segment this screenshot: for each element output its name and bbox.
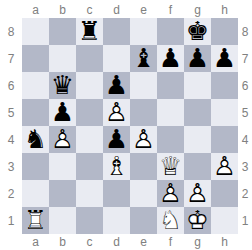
square-c7[interactable] (76, 45, 103, 72)
rank-label-right-2: 2 (238, 180, 252, 207)
square-d3[interactable]: ♝♗ (103, 153, 130, 180)
file-label-bottom-c: c (76, 234, 103, 250)
rank-label-left-4: 4 (0, 126, 22, 153)
piece-white-pawn-fill: ♟ (211, 153, 238, 180)
square-g5[interactable] (184, 99, 211, 126)
square-h4[interactable] (211, 126, 238, 153)
file-label-bottom-h: h (211, 234, 238, 250)
piece-white-pawn[interactable]: ♙ (103, 99, 130, 126)
square-g2[interactable]: ♟♙ (184, 180, 211, 207)
corner-spacer (238, 0, 252, 18)
chess-board: abcdefgh8♜♚87♝♟♟♟76♛♟65♟♟♙54♞♟♙♟♟♙43♝♗♛♕… (0, 0, 252, 250)
square-h3[interactable]: ♟♙ (211, 153, 238, 180)
piece-black-pawn[interactable]: ♟ (157, 45, 184, 72)
square-d2[interactable] (103, 180, 130, 207)
square-a4[interactable]: ♞ (22, 126, 49, 153)
square-g3[interactable] (184, 153, 211, 180)
square-g1[interactable]: ♚♔ (184, 207, 211, 234)
square-c2[interactable] (76, 180, 103, 207)
square-f6[interactable] (157, 72, 184, 99)
square-f3[interactable]: ♛♕ (157, 153, 184, 180)
square-b6[interactable]: ♛ (49, 72, 76, 99)
rank-label-right-5: 5 (238, 99, 252, 126)
square-c5[interactable] (76, 99, 103, 126)
square-c4[interactable] (76, 126, 103, 153)
rank-label-right-8: 8 (238, 18, 252, 45)
piece-white-queen[interactable]: ♕ (157, 153, 184, 180)
rank-label-right-7: 7 (238, 45, 252, 72)
rank-label-right-4: 4 (238, 126, 252, 153)
square-a7[interactable] (22, 45, 49, 72)
square-c6[interactable] (76, 72, 103, 99)
rank-label-left-5: 5 (0, 99, 22, 126)
file-label-bottom-b: b (49, 234, 76, 250)
square-f4[interactable] (157, 126, 184, 153)
square-h6[interactable] (211, 72, 238, 99)
file-label-bottom-a: a (22, 234, 49, 250)
file-label-bottom-g: g (184, 234, 211, 250)
square-b5[interactable]: ♟ (49, 99, 76, 126)
square-g8[interactable]: ♚ (184, 18, 211, 45)
square-c8[interactable]: ♜ (76, 18, 103, 45)
square-a6[interactable] (22, 72, 49, 99)
piece-black-rook[interactable]: ♜ (76, 18, 103, 45)
corner-spacer (238, 234, 252, 250)
square-b3[interactable] (49, 153, 76, 180)
square-h1[interactable] (211, 207, 238, 234)
square-f8[interactable] (157, 18, 184, 45)
square-d7[interactable] (103, 45, 130, 72)
square-a8[interactable] (22, 18, 49, 45)
piece-white-queen-fill: ♛ (157, 153, 184, 180)
square-c3[interactable] (76, 153, 103, 180)
square-h2[interactable] (211, 180, 238, 207)
file-label-top-e: e (130, 0, 157, 18)
square-b7[interactable] (49, 45, 76, 72)
file-label-top-g: g (184, 0, 211, 18)
square-f1[interactable]: ♞♘ (157, 207, 184, 234)
square-e3[interactable] (130, 153, 157, 180)
corner-spacer (0, 234, 22, 250)
file-label-bottom-d: d (103, 234, 130, 250)
square-a3[interactable] (22, 153, 49, 180)
piece-white-pawn[interactable]: ♙ (157, 180, 184, 207)
piece-black-knight[interactable]: ♞ (22, 126, 49, 153)
piece-white-knight[interactable]: ♘ (157, 207, 184, 234)
piece-white-pawn-fill: ♟ (157, 180, 184, 207)
file-label-top-d: d (103, 0, 130, 18)
piece-white-pawn-fill: ♟ (130, 126, 157, 153)
piece-black-pawn[interactable]: ♟ (49, 99, 76, 126)
piece-black-queen[interactable]: ♛ (49, 72, 76, 99)
square-e6[interactable] (130, 72, 157, 99)
rank-label-right-6: 6 (238, 72, 252, 99)
square-h5[interactable] (211, 99, 238, 126)
piece-white-knight-fill: ♞ (157, 207, 184, 234)
piece-black-bishop[interactable]: ♝ (130, 45, 157, 72)
square-b2[interactable] (49, 180, 76, 207)
square-f2[interactable]: ♟♙ (157, 180, 184, 207)
piece-white-pawn-fill: ♟ (184, 180, 211, 207)
square-d4[interactable]: ♟ (103, 126, 130, 153)
piece-white-king[interactable]: ♔ (184, 207, 211, 234)
square-a5[interactable] (22, 99, 49, 126)
rank-label-left-2: 2 (0, 180, 22, 207)
file-label-bottom-f: f (157, 234, 184, 250)
square-g7[interactable]: ♟ (184, 45, 211, 72)
square-d8[interactable] (103, 18, 130, 45)
piece-white-pawn-fill: ♟ (103, 99, 130, 126)
piece-white-pawn[interactable]: ♙ (184, 180, 211, 207)
rank-label-left-7: 7 (0, 45, 22, 72)
square-d5[interactable]: ♟♙ (103, 99, 130, 126)
square-f5[interactable] (157, 99, 184, 126)
square-h7[interactable]: ♟ (211, 45, 238, 72)
chess-diagram: abcdefgh8♜♚87♝♟♟♟76♛♟65♟♟♙54♞♟♙♟♟♙43♝♗♛♕… (0, 0, 252, 250)
piece-white-pawn[interactable]: ♙ (130, 126, 157, 153)
piece-black-king[interactable]: ♚ (184, 18, 211, 45)
rank-label-right-3: 3 (238, 153, 252, 180)
file-label-bottom-e: e (130, 234, 157, 250)
piece-white-pawn[interactable]: ♙ (211, 153, 238, 180)
rank-label-right-1: 1 (238, 207, 252, 234)
piece-white-bishop-fill: ♝ (103, 153, 130, 180)
piece-white-pawn-fill: ♟ (49, 126, 76, 153)
square-d6[interactable]: ♟ (103, 72, 130, 99)
square-b4[interactable]: ♟♙ (49, 126, 76, 153)
square-b1[interactable] (49, 207, 76, 234)
square-b8[interactable] (49, 18, 76, 45)
square-a2[interactable] (22, 180, 49, 207)
piece-white-rook-fill: ♜ (22, 207, 49, 234)
rank-label-left-6: 6 (0, 72, 22, 99)
square-e8[interactable] (130, 18, 157, 45)
file-label-top-h: h (211, 0, 238, 18)
rank-label-left-8: 8 (0, 18, 22, 45)
file-label-top-f: f (157, 0, 184, 18)
piece-black-pawn[interactable]: ♟ (184, 45, 211, 72)
piece-white-pawn[interactable]: ♙ (49, 126, 76, 153)
piece-white-rook[interactable]: ♖ (22, 207, 49, 234)
piece-black-pawn[interactable]: ♟ (211, 45, 238, 72)
square-e5[interactable] (130, 99, 157, 126)
square-h8[interactable] (211, 18, 238, 45)
square-g4[interactable] (184, 126, 211, 153)
square-f7[interactable]: ♟ (157, 45, 184, 72)
piece-white-bishop[interactable]: ♗ (103, 153, 130, 180)
piece-black-pawn[interactable]: ♟ (103, 126, 130, 153)
corner-spacer (0, 0, 22, 18)
file-label-top-c: c (76, 0, 103, 18)
square-e2[interactable] (130, 180, 157, 207)
square-d1[interactable] (103, 207, 130, 234)
rank-label-left-1: 1 (0, 207, 22, 234)
square-c1[interactable] (76, 207, 103, 234)
square-e4[interactable]: ♟♙ (130, 126, 157, 153)
square-e7[interactable]: ♝ (130, 45, 157, 72)
piece-white-king-fill: ♚ (184, 207, 211, 234)
square-a1[interactable]: ♜♖ (22, 207, 49, 234)
piece-black-pawn[interactable]: ♟ (103, 72, 130, 99)
square-g6[interactable] (184, 72, 211, 99)
square-e1[interactable] (130, 207, 157, 234)
rank-label-left-3: 3 (0, 153, 22, 180)
file-label-top-b: b (49, 0, 76, 18)
file-label-top-a: a (22, 0, 49, 18)
